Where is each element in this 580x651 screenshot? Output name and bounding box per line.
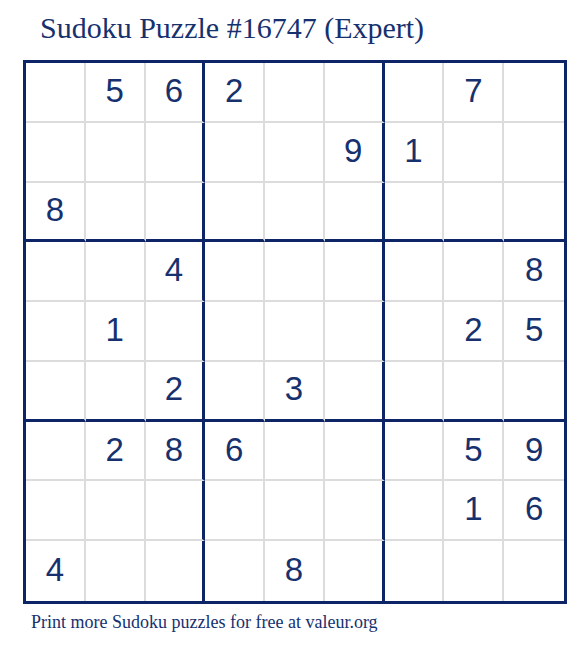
sudoku-cell[interactable] [325, 183, 385, 243]
sudoku-cell[interactable] [86, 362, 146, 422]
sudoku-cell-given[interactable]: 6 [146, 63, 206, 123]
sudoku-cell-given[interactable]: 4 [26, 541, 86, 601]
sudoku-cell[interactable] [325, 541, 385, 601]
sudoku-cell[interactable] [385, 481, 445, 541]
sudoku-cell-given[interactable]: 6 [504, 481, 564, 541]
sudoku-cell[interactable] [26, 362, 86, 422]
sudoku-cell[interactable] [265, 422, 325, 482]
sudoku-cell-given[interactable]: 9 [325, 123, 385, 183]
sudoku-cell-given[interactable]: 2 [86, 422, 146, 482]
sudoku-cell[interactable] [205, 123, 265, 183]
sudoku-cell[interactable] [146, 123, 206, 183]
sudoku-cell[interactable] [325, 481, 385, 541]
sudoku-cell[interactable] [265, 481, 325, 541]
sudoku-cell[interactable] [26, 422, 86, 482]
sudoku-cell[interactable] [385, 541, 445, 601]
sudoku-cell[interactable] [444, 541, 504, 601]
sudoku-cell-given[interactable]: 5 [444, 422, 504, 482]
sudoku-cell[interactable] [385, 422, 445, 482]
sudoku-cell[interactable] [325, 362, 385, 422]
sudoku-cell-given[interactable]: 8 [146, 422, 206, 482]
sudoku-cell-given[interactable]: 1 [385, 123, 445, 183]
sudoku-cell-given[interactable]: 1 [86, 302, 146, 362]
sudoku-cell[interactable] [265, 123, 325, 183]
sudoku-cell[interactable] [205, 242, 265, 302]
sudoku-cell[interactable] [26, 123, 86, 183]
sudoku-cell[interactable] [325, 242, 385, 302]
footer-note: Print more Sudoku puzzles for free at va… [31, 612, 378, 633]
sudoku-cell-given[interactable]: 5 [504, 302, 564, 362]
sudoku-cell[interactable] [504, 123, 564, 183]
sudoku-cell-given[interactable]: 8 [504, 242, 564, 302]
sudoku-cell[interactable] [504, 541, 564, 601]
sudoku-cell[interactable] [325, 422, 385, 482]
sudoku-cell[interactable] [385, 302, 445, 362]
sudoku-cell[interactable] [504, 63, 564, 123]
sudoku-cell-given[interactable]: 2 [146, 362, 206, 422]
sudoku-cell[interactable] [205, 302, 265, 362]
sudoku-cell-given[interactable]: 8 [26, 183, 86, 243]
sudoku-cell[interactable] [265, 63, 325, 123]
sudoku-cell[interactable] [26, 63, 86, 123]
sudoku-cell[interactable] [325, 302, 385, 362]
sudoku-cell[interactable] [26, 242, 86, 302]
sudoku-cell-given[interactable]: 2 [205, 63, 265, 123]
sudoku-cell-given[interactable]: 1 [444, 481, 504, 541]
sudoku-cell[interactable] [26, 302, 86, 362]
sudoku-cell[interactable] [146, 183, 206, 243]
sudoku-cell-given[interactable]: 8 [265, 541, 325, 601]
sudoku-cell-given[interactable]: 4 [146, 242, 206, 302]
sudoku-cell-given[interactable]: 2 [444, 302, 504, 362]
page-title: Sudoku Puzzle #16747 (Expert) [40, 11, 424, 45]
sudoku-cell[interactable] [26, 481, 86, 541]
sudoku-cell[interactable] [205, 183, 265, 243]
sudoku-cell[interactable] [86, 541, 146, 601]
sudoku-cell[interactable] [86, 183, 146, 243]
sudoku-cell[interactable] [325, 63, 385, 123]
sudoku-cell[interactable] [504, 183, 564, 243]
sudoku-grid: 56279184812523286591648 [23, 60, 567, 604]
sudoku-cell[interactable] [444, 183, 504, 243]
sudoku-cell[interactable] [444, 123, 504, 183]
sudoku-cell[interactable] [444, 362, 504, 422]
sudoku-cell[interactable] [205, 362, 265, 422]
sudoku-cell[interactable] [146, 481, 206, 541]
sudoku-cell-given[interactable]: 5 [86, 63, 146, 123]
sudoku-cell[interactable] [86, 123, 146, 183]
sudoku-cell[interactable] [146, 302, 206, 362]
sudoku-cell-given[interactable]: 6 [205, 422, 265, 482]
sudoku-cell[interactable] [385, 362, 445, 422]
sudoku-cell[interactable] [205, 541, 265, 601]
sudoku-cell[interactable] [146, 541, 206, 601]
sudoku-cell[interactable] [86, 242, 146, 302]
sudoku-cell[interactable] [385, 63, 445, 123]
sudoku-cell[interactable] [265, 183, 325, 243]
sudoku-cell[interactable] [444, 242, 504, 302]
sudoku-cell[interactable] [385, 183, 445, 243]
sudoku-cell[interactable] [205, 481, 265, 541]
sudoku-cell[interactable] [265, 302, 325, 362]
sudoku-cell[interactable] [504, 362, 564, 422]
sudoku-cell-given[interactable]: 3 [265, 362, 325, 422]
sudoku-cell[interactable] [265, 242, 325, 302]
sudoku-cell[interactable] [86, 481, 146, 541]
sudoku-cell-given[interactable]: 7 [444, 63, 504, 123]
sudoku-cell[interactable] [385, 242, 445, 302]
sudoku-cell-given[interactable]: 9 [504, 422, 564, 482]
